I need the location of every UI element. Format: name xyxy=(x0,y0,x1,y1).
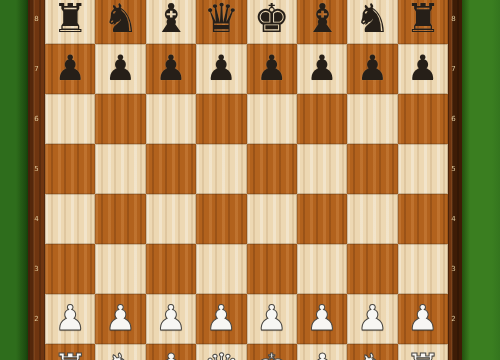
square-a7[interactable]: ♟ xyxy=(45,44,95,94)
white-pawn: ♟ xyxy=(54,301,85,336)
white-pawn: ♟ xyxy=(155,301,186,336)
square-b2[interactable]: ♟ xyxy=(95,294,145,344)
square-b8[interactable]: ♞ xyxy=(95,0,145,44)
rank-labels-right: 87654321 xyxy=(445,0,462,360)
rank-label-cell: 2 xyxy=(28,294,45,344)
square-d3[interactable] xyxy=(196,244,246,294)
square-a4[interactable] xyxy=(45,194,95,244)
square-h3[interactable] xyxy=(398,244,448,294)
rank-label-2: 2 xyxy=(34,316,38,323)
black-pawn: ♟ xyxy=(407,51,438,86)
square-e8[interactable]: ♚ xyxy=(247,0,297,44)
square-h7[interactable]: ♟ xyxy=(398,44,448,94)
square-d5[interactable] xyxy=(196,144,246,194)
square-g7[interactable]: ♟ xyxy=(347,44,397,94)
square-c8[interactable]: ♝ xyxy=(146,0,196,44)
white-pawn: ♟ xyxy=(105,301,136,336)
white-bishop: ♝ xyxy=(304,348,340,360)
square-f5[interactable] xyxy=(297,144,347,194)
rank-label-2: 2 xyxy=(451,316,455,323)
square-g1[interactable]: ♞ xyxy=(347,344,397,360)
black-knight: ♞ xyxy=(103,0,139,38)
rank-label-cell: 6 xyxy=(445,94,462,144)
rank-label-5: 5 xyxy=(451,166,455,173)
square-h2[interactable]: ♟ xyxy=(398,294,448,344)
square-f2[interactable]: ♟ xyxy=(297,294,347,344)
square-c6[interactable] xyxy=(146,94,196,144)
square-a8[interactable]: ♜ xyxy=(45,0,95,44)
black-pawn: ♟ xyxy=(357,51,388,86)
rank-label-5: 5 xyxy=(34,166,38,173)
table-background-left xyxy=(0,0,28,360)
rank-label-4: 4 xyxy=(451,216,455,223)
rank-label-3: 3 xyxy=(34,266,38,273)
white-bishop: ♝ xyxy=(153,348,189,360)
square-d6[interactable] xyxy=(196,94,246,144)
rank-label-cell: 4 xyxy=(445,194,462,244)
square-f1[interactable]: ♝ xyxy=(297,344,347,360)
square-c7[interactable]: ♟ xyxy=(146,44,196,94)
chess-board: ♜♞♝♛♚♝♞♜♟♟♟♟♟♟♟♟♟♟♟♟♟♟♟♟♜♞♝♛♚♝♞♜ xyxy=(45,0,448,360)
white-pawn: ♟ xyxy=(256,301,287,336)
rank-label-cell: 7 xyxy=(28,44,45,94)
white-knight: ♞ xyxy=(355,348,391,360)
black-bishop: ♝ xyxy=(153,0,189,38)
rank-label-cell: 5 xyxy=(28,144,45,194)
square-d2[interactable]: ♟ xyxy=(196,294,246,344)
rank-label-cell: 7 xyxy=(445,44,462,94)
square-g6[interactable] xyxy=(347,94,397,144)
black-pawn: ♟ xyxy=(306,51,337,86)
square-a2[interactable]: ♟ xyxy=(45,294,95,344)
square-b5[interactable] xyxy=(95,144,145,194)
square-b4[interactable] xyxy=(95,194,145,244)
square-e2[interactable]: ♟ xyxy=(247,294,297,344)
chessboard-photo: 87654321 87654321 ♜♞♝♛♚♝♞♜♟♟♟♟♟♟♟♟♟♟♟♟♟♟… xyxy=(0,0,500,360)
black-king: ♚ xyxy=(254,0,290,38)
rank-label-6: 6 xyxy=(451,116,455,123)
square-d4[interactable] xyxy=(196,194,246,244)
black-rook: ♜ xyxy=(52,0,88,38)
rank-label-7: 7 xyxy=(34,66,38,73)
square-g3[interactable] xyxy=(347,244,397,294)
rank-label-cell: 3 xyxy=(28,244,45,294)
square-h1[interactable]: ♜ xyxy=(398,344,448,360)
white-rook: ♜ xyxy=(52,348,88,360)
rank-label-8: 8 xyxy=(451,16,455,23)
square-c3[interactable] xyxy=(146,244,196,294)
square-d8[interactable]: ♛ xyxy=(196,0,246,44)
rank-label-3: 3 xyxy=(451,266,455,273)
rank-label-cell: 1 xyxy=(28,344,45,360)
square-f7[interactable]: ♟ xyxy=(297,44,347,94)
square-a3[interactable] xyxy=(45,244,95,294)
white-rook: ♜ xyxy=(405,348,441,360)
rank-label-cell: 5 xyxy=(445,144,462,194)
rank-label-cell: 6 xyxy=(28,94,45,144)
square-f6[interactable] xyxy=(297,94,347,144)
rank-labels-left: 87654321 xyxy=(28,0,45,360)
square-d7[interactable]: ♟ xyxy=(196,44,246,94)
black-knight: ♞ xyxy=(355,0,391,38)
square-e7[interactable]: ♟ xyxy=(247,44,297,94)
square-c1[interactable]: ♝ xyxy=(146,344,196,360)
black-rook: ♜ xyxy=(405,0,441,38)
rank-label-6: 6 xyxy=(34,116,38,123)
rank-label-cell: 8 xyxy=(445,0,462,44)
square-a1[interactable]: ♜ xyxy=(45,344,95,360)
rank-label-7: 7 xyxy=(451,66,455,73)
square-e3[interactable] xyxy=(247,244,297,294)
square-c5[interactable] xyxy=(146,144,196,194)
black-queen: ♛ xyxy=(203,0,239,38)
square-h6[interactable] xyxy=(398,94,448,144)
square-b1[interactable]: ♞ xyxy=(95,344,145,360)
square-b3[interactable] xyxy=(95,244,145,294)
square-c4[interactable] xyxy=(146,194,196,244)
rank-label-cell: 2 xyxy=(445,294,462,344)
square-a5[interactable] xyxy=(45,144,95,194)
square-e1[interactable]: ♚ xyxy=(247,344,297,360)
black-pawn: ♟ xyxy=(105,51,136,86)
white-pawn: ♟ xyxy=(206,301,237,336)
black-bishop: ♝ xyxy=(304,0,340,38)
black-pawn: ♟ xyxy=(256,51,287,86)
white-queen: ♛ xyxy=(203,348,239,360)
rank-label-4: 4 xyxy=(34,216,38,223)
square-e6[interactable] xyxy=(247,94,297,144)
white-pawn: ♟ xyxy=(306,301,337,336)
square-g5[interactable] xyxy=(347,144,397,194)
square-g4[interactable] xyxy=(347,194,397,244)
square-c2[interactable]: ♟ xyxy=(146,294,196,344)
rank-label-cell: 3 xyxy=(445,244,462,294)
square-h8[interactable]: ♜ xyxy=(398,0,448,44)
square-e4[interactable] xyxy=(247,194,297,244)
white-knight: ♞ xyxy=(103,348,139,360)
rank-label-cell: 4 xyxy=(28,194,45,244)
square-d1[interactable]: ♛ xyxy=(196,344,246,360)
rank-label-cell: 8 xyxy=(28,0,45,44)
rank-label-8: 8 xyxy=(34,16,38,23)
square-f3[interactable] xyxy=(297,244,347,294)
square-g2[interactable]: ♟ xyxy=(347,294,397,344)
white-pawn: ♟ xyxy=(407,301,438,336)
black-pawn: ♟ xyxy=(155,51,186,86)
black-pawn: ♟ xyxy=(54,51,85,86)
square-b7[interactable]: ♟ xyxy=(95,44,145,94)
square-b6[interactable] xyxy=(95,94,145,144)
square-h5[interactable] xyxy=(398,144,448,194)
square-e5[interactable] xyxy=(247,144,297,194)
square-h4[interactable] xyxy=(398,194,448,244)
white-pawn: ♟ xyxy=(357,301,388,336)
black-pawn: ♟ xyxy=(206,51,237,86)
square-f4[interactable] xyxy=(297,194,347,244)
square-g8[interactable]: ♞ xyxy=(347,0,397,44)
square-a6[interactable] xyxy=(45,94,95,144)
square-f8[interactable]: ♝ xyxy=(297,0,347,44)
table-background-right xyxy=(462,0,500,360)
white-king: ♚ xyxy=(254,348,290,360)
rank-label-cell: 1 xyxy=(445,344,462,360)
